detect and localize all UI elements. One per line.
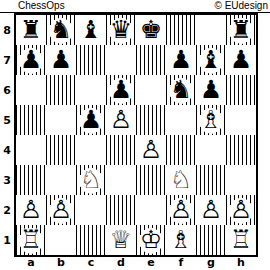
rank-label-8: 8	[0, 15, 14, 45]
file-label-e: e	[136, 257, 166, 269]
rank-label-1: 1	[0, 225, 14, 255]
square-g8[interactable]	[196, 15, 226, 45]
square-h8[interactable]: ♜	[226, 15, 256, 45]
piece-white-pawn[interactable]: ♙	[48, 195, 74, 225]
square-c6[interactable]	[76, 75, 106, 105]
file-label-c: c	[76, 257, 106, 269]
rank-label-4: 4	[0, 135, 14, 165]
piece-black-knight[interactable]: ♞	[168, 75, 194, 105]
square-a2[interactable]: ♙	[16, 195, 46, 225]
square-h5[interactable]	[226, 105, 256, 135]
chess-board[interactable]: ♜♞♝♛♚♜♟♟♟♝♟♟♞♟♟♙♗♙♘♘♙♙♙♙♙♖♕♔♗♖	[14, 13, 258, 257]
piece-black-queen[interactable]: ♛	[108, 15, 134, 45]
square-d8[interactable]: ♛	[106, 15, 136, 45]
piece-white-king[interactable]: ♔	[138, 225, 164, 255]
square-b5[interactable]	[46, 105, 76, 135]
piece-black-pawn[interactable]: ♟	[228, 45, 254, 75]
piece-black-pawn[interactable]: ♟	[198, 75, 224, 105]
square-g3[interactable]	[196, 165, 226, 195]
square-g1[interactable]	[196, 225, 226, 255]
file-label-d: d	[106, 257, 136, 269]
square-h4[interactable]	[226, 135, 256, 165]
piece-white-pawn[interactable]: ♙	[228, 195, 254, 225]
square-f8[interactable]	[166, 15, 196, 45]
copyright-label: © EUdesign	[214, 0, 268, 12]
piece-white-pawn[interactable]: ♙	[138, 135, 164, 165]
board-area: 87654321 ♜♞♝♛♚♜♟♟♟♝♟♟♞♟♟♙♗♙♘♘♙♙♙♙♙♖♕♔♗♖	[0, 13, 270, 257]
piece-black-rook[interactable]: ♜	[18, 15, 44, 45]
square-e4[interactable]: ♙	[136, 135, 166, 165]
square-h1[interactable]: ♖	[226, 225, 256, 255]
piece-white-knight[interactable]: ♘	[168, 165, 194, 195]
square-f2[interactable]: ♙	[166, 195, 196, 225]
square-e1[interactable]: ♔	[136, 225, 166, 255]
rank-label-6: 6	[0, 75, 14, 105]
file-labels-row: abcdefgh	[14, 257, 270, 269]
square-e5[interactable]	[136, 105, 166, 135]
piece-white-queen[interactable]: ♕	[108, 225, 134, 255]
rank-label-2: 2	[0, 195, 14, 225]
square-a1[interactable]: ♖	[16, 225, 46, 255]
square-c1[interactable]	[76, 225, 106, 255]
square-b1[interactable]	[46, 225, 76, 255]
piece-white-bishop[interactable]: ♗	[168, 225, 194, 255]
app-title: ChessOps	[18, 0, 65, 12]
square-f4[interactable]	[166, 135, 196, 165]
square-c4[interactable]	[76, 135, 106, 165]
piece-black-pawn[interactable]: ♟	[48, 45, 74, 75]
piece-white-pawn[interactable]: ♙	[168, 195, 194, 225]
rank-label-7: 7	[0, 45, 14, 75]
piece-black-king[interactable]: ♚	[138, 15, 164, 45]
square-e8[interactable]: ♚	[136, 15, 166, 45]
file-label-b: b	[46, 257, 76, 269]
square-e3[interactable]	[136, 165, 166, 195]
square-h2[interactable]: ♙	[226, 195, 256, 225]
square-h6[interactable]	[226, 75, 256, 105]
square-h3[interactable]	[226, 165, 256, 195]
square-a5[interactable]	[16, 105, 46, 135]
piece-white-pawn[interactable]: ♙	[198, 195, 224, 225]
piece-white-bishop[interactable]: ♗	[198, 105, 224, 135]
square-d5[interactable]: ♙	[106, 105, 136, 135]
square-f5[interactable]	[166, 105, 196, 135]
square-f3[interactable]: ♘	[166, 165, 196, 195]
piece-white-rook[interactable]: ♖	[228, 225, 254, 255]
rank-label-3: 3	[0, 165, 14, 195]
square-d6[interactable]: ♟	[106, 75, 136, 105]
square-a6[interactable]	[16, 75, 46, 105]
square-d3[interactable]	[106, 165, 136, 195]
piece-white-rook[interactable]: ♖	[18, 225, 44, 255]
file-label-f: f	[166, 257, 196, 269]
square-d4[interactable]	[106, 135, 136, 165]
rank-label-5: 5	[0, 105, 14, 135]
square-f1[interactable]: ♗	[166, 225, 196, 255]
piece-black-bishop[interactable]: ♝	[198, 45, 224, 75]
square-e7[interactable]	[136, 45, 166, 75]
square-g4[interactable]	[196, 135, 226, 165]
square-b4[interactable]	[46, 135, 76, 165]
piece-black-pawn[interactable]: ♟	[168, 45, 194, 75]
piece-white-knight[interactable]: ♘	[78, 165, 104, 195]
square-a7[interactable]: ♟	[16, 45, 46, 75]
square-f6[interactable]: ♞	[166, 75, 196, 105]
piece-black-bishop[interactable]: ♝	[78, 15, 104, 45]
square-b3[interactable]	[46, 165, 76, 195]
file-label-a: a	[16, 257, 46, 269]
square-e6[interactable]	[136, 75, 166, 105]
square-a3[interactable]	[16, 165, 46, 195]
square-b2[interactable]: ♙	[46, 195, 76, 225]
square-d2[interactable]	[106, 195, 136, 225]
title-bar: ChessOps © EUdesign	[0, 0, 270, 13]
square-g5[interactable]: ♗	[196, 105, 226, 135]
chessops-window: ChessOps © EUdesign 87654321 ♜♞♝♛♚♜♟♟♟♝♟…	[0, 0, 270, 270]
piece-black-pawn[interactable]: ♟	[78, 105, 104, 135]
square-f7[interactable]: ♟	[166, 45, 196, 75]
square-g2[interactable]: ♙	[196, 195, 226, 225]
square-h7[interactable]: ♟	[226, 45, 256, 75]
piece-black-knight[interactable]: ♞	[48, 15, 74, 45]
square-c3[interactable]: ♘	[76, 165, 106, 195]
square-d1[interactable]: ♕	[106, 225, 136, 255]
square-c8[interactable]: ♝	[76, 15, 106, 45]
square-c5[interactable]: ♟	[76, 105, 106, 135]
rank-labels-column: 87654321	[0, 13, 14, 257]
file-label-h: h	[226, 257, 256, 269]
square-a4[interactable]	[16, 135, 46, 165]
piece-black-rook[interactable]: ♜	[228, 15, 254, 45]
square-a8[interactable]: ♜	[16, 15, 46, 45]
square-d7[interactable]	[106, 45, 136, 75]
square-b8[interactable]: ♞	[46, 15, 76, 45]
square-g6[interactable]: ♟	[196, 75, 226, 105]
piece-black-pawn[interactable]: ♟	[18, 45, 44, 75]
file-label-g: g	[196, 257, 226, 269]
square-b7[interactable]: ♟	[46, 45, 76, 75]
piece-white-pawn[interactable]: ♙	[18, 195, 44, 225]
piece-white-pawn[interactable]: ♙	[108, 105, 134, 135]
square-e2[interactable]	[136, 195, 166, 225]
piece-black-pawn[interactable]: ♟	[108, 75, 134, 105]
square-g7[interactable]: ♝	[196, 45, 226, 75]
square-c2[interactable]	[76, 195, 106, 225]
square-c7[interactable]	[76, 45, 106, 75]
square-b6[interactable]	[46, 75, 76, 105]
